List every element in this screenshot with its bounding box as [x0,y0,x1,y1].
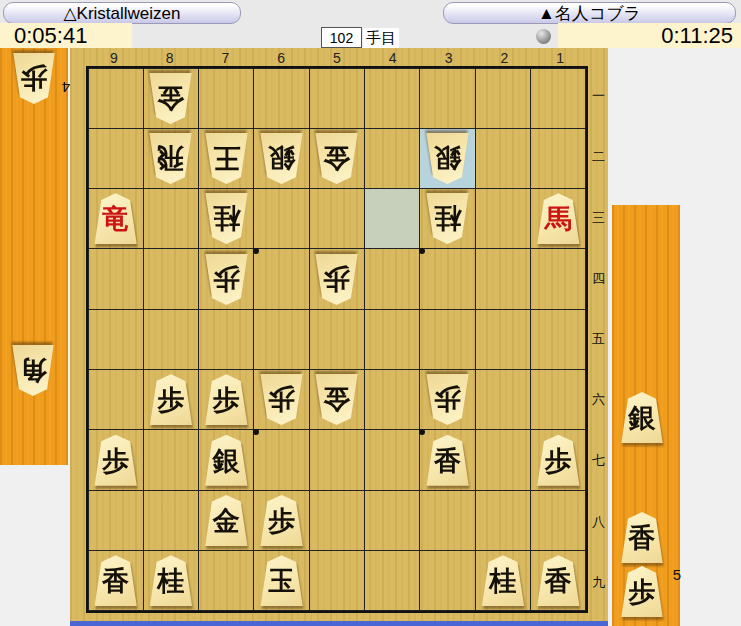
square-4九[interactable] [364,550,420,611]
square-7七[interactable]: 銀 [198,429,254,490]
bottom-edge-strip [70,621,608,626]
file-label: 5 [309,50,365,66]
gote-piece-銀: 銀 [259,133,304,184]
piece-glyph: 桂 [204,193,249,244]
piece-glyph: 角 [11,345,55,396]
gote-piece-銀: 銀 [425,133,470,184]
square-2九[interactable]: 桂 [475,550,531,611]
move-number-box: 102 [321,27,362,48]
square-1七[interactable]: 歩 [530,429,586,490]
square-5九[interactable] [309,550,365,611]
file-labels: 987654321 [86,50,588,65]
gote-piece-王: 王 [204,133,249,184]
rank-label: 八 [590,491,607,552]
sente-piece-香: 香 [425,435,470,486]
move-number-label: 手目 [363,28,399,48]
gote-piece-歩: 歩 [259,374,304,425]
square-2六[interactable] [475,369,531,430]
gote-hand-piece-角[interactable]: 角 [7,345,55,398]
square-4二[interactable] [364,128,420,189]
shogi-app: △Kristallweizen ▲名人コブラ 0:05:41 0:11:25 1… [0,0,741,626]
square-1三[interactable]: 馬 [530,188,586,249]
square-8九[interactable]: 桂 [143,550,199,611]
square-4一[interactable] [364,68,420,129]
square-6三[interactable] [253,188,309,249]
square-2三[interactable] [475,188,531,249]
gote-piece-飛: 飛 [148,133,193,184]
piece-glyph: 歩 [314,254,359,305]
header-bar: △Kristallweizen ▲名人コブラ 0:05:41 0:11:25 1… [0,0,741,48]
square-8八[interactable] [143,490,199,551]
star-point [419,248,425,254]
gote-piece-金: 金 [314,133,359,184]
square-9三[interactable]: 竜 [88,188,144,249]
square-4四[interactable] [364,248,420,309]
square-1九[interactable]: 香 [530,550,586,611]
rank-label: 九 [590,552,607,613]
piece-glyph: 竜 [93,193,138,244]
square-5四[interactable]: 歩 [309,248,365,309]
square-6四[interactable] [253,248,309,309]
file-label: 4 [365,50,421,66]
square-2四[interactable] [475,248,531,309]
sente-piece-香: 香 [536,555,581,606]
rank-label: 四 [590,248,607,309]
sente-piece-歩: 歩 [259,495,304,546]
sente-piece-歩: 歩 [536,435,581,486]
square-9八[interactable] [88,490,144,551]
square-7六[interactable]: 歩 [198,369,254,430]
gote-captured-tray: 歩4角 [0,48,68,465]
square-4六[interactable] [364,369,420,430]
piece-glyph: 桂 [148,555,193,606]
sente-piece-香: 香 [93,555,138,606]
file-label: 3 [421,50,477,66]
piece-glyph: 歩 [204,374,249,425]
gote-piece-歩: 歩 [314,254,359,305]
star-point [419,429,425,435]
square-3六[interactable]: 歩 [419,369,475,430]
piece-glyph: 馬 [536,193,581,244]
piece-glyph: 香 [93,555,138,606]
piece-glyph: 歩 [536,435,581,486]
square-1四[interactable] [530,248,586,309]
piece-glyph: 銀 [259,133,304,184]
square-6五[interactable] [253,309,309,370]
sente-piece-桂: 桂 [480,555,525,606]
star-point [253,248,259,254]
gote-piece-歩: 歩 [425,374,470,425]
square-1五[interactable] [530,309,586,370]
sente-piece-歩: 歩 [93,435,138,486]
square-3一[interactable] [419,68,475,129]
square-2二[interactable] [475,128,531,189]
file-label: 6 [253,50,309,66]
square-3九[interactable] [419,550,475,611]
piece-glyph: 歩 [93,435,138,486]
square-9六[interactable] [88,369,144,430]
square-1八[interactable] [530,490,586,551]
square-6一[interactable] [253,68,309,129]
piece-glyph: 銀 [425,133,470,184]
star-point [253,429,259,435]
rank-label: 七 [590,431,607,492]
square-5七[interactable] [309,429,365,490]
file-label: 2 [476,50,532,66]
sente-piece-馬: 馬 [536,193,581,244]
square-3八[interactable] [419,490,475,551]
square-1一[interactable] [530,68,586,129]
piece-glyph: 銀 [620,392,664,443]
square-2八[interactable] [475,490,531,551]
piece-glyph: 歩 [12,53,56,104]
file-label: 9 [86,50,142,66]
square-9五[interactable] [88,309,144,370]
gote-clock: 0:05:41 [0,23,132,48]
square-8五[interactable] [143,309,199,370]
gote-piece-歩: 歩 [8,53,56,104]
square-7二[interactable]: 王 [198,128,254,189]
square-7三[interactable]: 桂 [198,188,254,249]
piece-glyph: 王 [204,133,249,184]
sente-piece-玉: 玉 [259,555,304,606]
square-3七[interactable]: 香 [419,429,475,490]
file-label: 7 [198,50,254,66]
square-9九[interactable]: 香 [88,550,144,611]
piece-glyph: 歩 [425,374,470,425]
square-8三[interactable] [143,188,199,249]
rank-label: 六 [590,370,607,431]
square-5五[interactable] [309,309,365,370]
gote-player-name: △Kristallweizen [3,2,241,24]
square-6七[interactable] [253,429,309,490]
square-7四[interactable]: 歩 [198,248,254,309]
piece-glyph: 香 [620,512,664,563]
sente-hand-piece-歩[interactable]: 歩5 [620,566,668,619]
piece-glyph: 金 [314,374,359,425]
square-7五[interactable] [198,309,254,370]
piece-glyph: 香 [536,555,581,606]
gote-piece-角: 角 [7,345,55,396]
rank-label: 一 [590,66,607,127]
square-8六[interactable]: 歩 [143,369,199,430]
gote-piece-金: 金 [314,374,359,425]
square-3二[interactable]: 銀 [419,128,475,189]
file-label: 1 [532,50,588,66]
square-6二[interactable]: 銀 [253,128,309,189]
sente-piece-銀: 銀 [204,435,249,486]
sente-piece-歩: 歩 [620,566,668,617]
square-6六[interactable]: 歩 [253,369,309,430]
sente-hand-piece-銀[interactable]: 銀 [620,392,668,445]
piece-glyph: 金 [314,133,359,184]
turn-indicator-orb [536,29,551,44]
square-2七[interactable] [475,429,531,490]
sente-piece-香: 香 [620,512,668,563]
square-8七[interactable] [143,429,199,490]
hand-piece-count: 4 [62,79,70,96]
gote-piece-桂: 桂 [204,193,249,244]
square-9四[interactable] [88,248,144,309]
square-3五[interactable] [419,309,475,370]
sente-piece-金: 金 [204,495,249,546]
piece-glyph: 歩 [620,566,664,617]
square-8四[interactable] [143,248,199,309]
square-4七[interactable] [364,429,420,490]
board-grid: 金飛王銀金銀竜桂桂馬歩歩歩歩歩金歩歩銀香歩金歩香桂玉桂香 [88,68,586,611]
piece-glyph: 飛 [148,133,193,184]
rank-label: 三 [590,188,607,249]
gote-hand-piece-歩[interactable]: 歩4 [8,53,56,106]
sente-piece-歩: 歩 [148,374,193,425]
piece-glyph: 金 [148,73,193,124]
square-3四[interactable] [419,248,475,309]
piece-glyph: 金 [204,495,249,546]
square-6八[interactable]: 歩 [253,490,309,551]
piece-glyph: 歩 [204,254,249,305]
square-5一[interactable] [309,68,365,129]
square-9二[interactable] [88,128,144,189]
square-3三[interactable]: 桂 [419,188,475,249]
piece-glyph: 玉 [259,555,304,606]
square-9七[interactable]: 歩 [88,429,144,490]
square-8一[interactable]: 金 [143,68,199,129]
file-label: 8 [142,50,198,66]
square-4八[interactable] [364,490,420,551]
piece-glyph: 香 [425,435,470,486]
square-2一[interactable] [475,68,531,129]
rank-labels: 一二三四五六七八九 [590,66,607,613]
square-1六[interactable] [530,369,586,430]
sente-captured-tray: 銀香歩5 [612,205,680,626]
hand-piece-count: 5 [673,566,681,583]
piece-glyph: 歩 [148,374,193,425]
square-5八[interactable] [309,490,365,551]
square-5二[interactable]: 金 [309,128,365,189]
square-6九[interactable]: 玉 [253,550,309,611]
square-7一[interactable] [198,68,254,129]
piece-glyph: 歩 [259,495,304,546]
gote-piece-歩: 歩 [204,254,249,305]
square-5六[interactable]: 金 [309,369,365,430]
sente-hand-piece-香[interactable]: 香 [620,512,668,565]
sente-clock: 0:11:25 [558,23,741,48]
shogi-board: 金飛王銀金銀竜桂桂馬歩歩歩歩歩金歩歩銀香歩金歩香桂玉桂香 [86,66,588,613]
gote-piece-金: 金 [148,73,193,124]
square-4三[interactable] [364,188,420,249]
square-7九[interactable] [198,550,254,611]
square-2五[interactable] [475,309,531,370]
sente-player-name: ▲名人コブラ [443,2,736,24]
square-1二[interactable] [530,128,586,189]
square-4五[interactable] [364,309,420,370]
square-9一[interactable] [88,68,144,129]
square-8二[interactable]: 飛 [143,128,199,189]
piece-glyph: 銀 [204,435,249,486]
rank-label: 五 [590,309,607,370]
piece-glyph: 歩 [259,374,304,425]
sente-piece-銀: 銀 [620,392,668,443]
gote-piece-桂: 桂 [425,193,470,244]
square-5三[interactable] [309,188,365,249]
piece-glyph: 桂 [480,555,525,606]
sente-piece-桂: 桂 [148,555,193,606]
piece-glyph: 桂 [425,193,470,244]
sente-piece-竜: 竜 [93,193,138,244]
square-7八[interactable]: 金 [198,490,254,551]
sente-piece-歩: 歩 [204,374,249,425]
rank-label: 二 [590,127,607,188]
